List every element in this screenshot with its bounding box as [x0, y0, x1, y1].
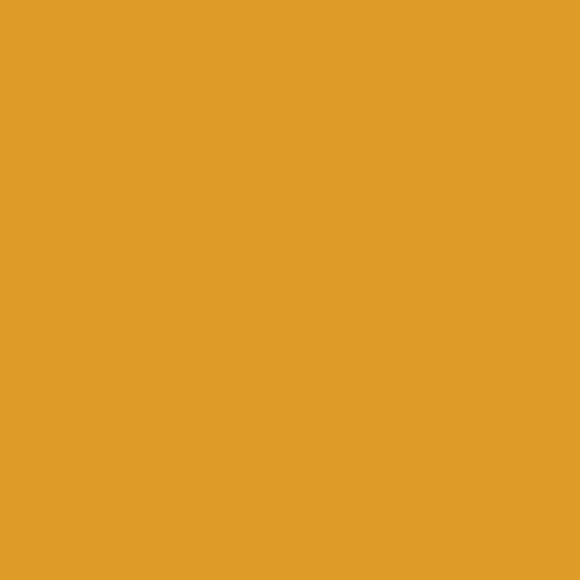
- go-board: [0, 0, 580, 580]
- board-grid[interactable]: [0, 0, 580, 580]
